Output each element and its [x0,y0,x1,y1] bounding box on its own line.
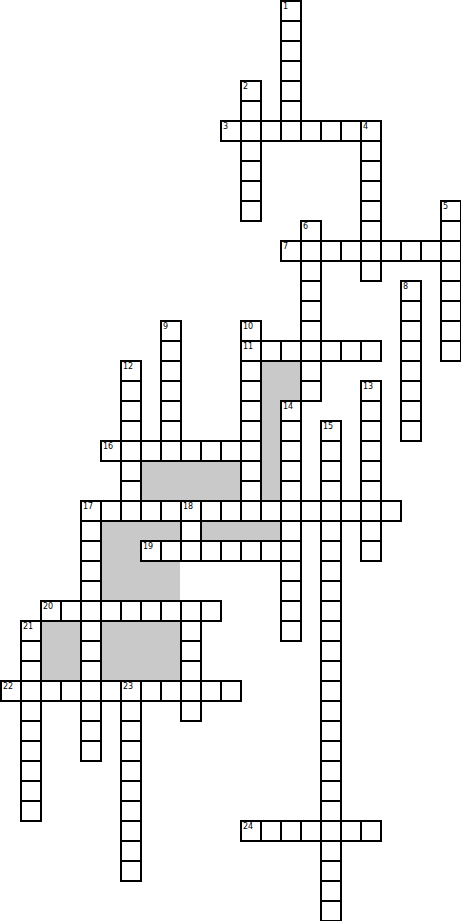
blocked-region-cell [260,400,280,420]
blocked-region-cell [120,580,140,600]
grid-cell[interactable] [180,700,202,722]
grid-cell[interactable] [120,840,142,862]
grid-cell[interactable] [280,400,302,422]
blocked-region-cell [140,640,160,660]
grid-cell[interactable] [280,540,302,562]
grid-cell[interactable] [160,360,182,382]
grid-cell[interactable] [140,680,162,702]
grid-cell[interactable] [280,520,302,542]
grid-cell[interactable] [280,340,302,362]
grid-cell[interactable] [400,300,422,322]
blocked-region-cell [200,520,220,540]
grid-cell[interactable] [20,700,42,722]
blocked-region-cell [160,640,180,660]
blocked-region-cell [140,480,160,500]
blocked-region-cell [120,660,140,680]
grid-cell[interactable] [220,120,242,142]
blocked-region-cell [160,460,180,480]
grid-cell[interactable] [160,400,182,422]
grid-cell[interactable] [360,380,382,402]
grid-cell[interactable] [280,460,302,482]
grid-cell[interactable] [80,620,102,642]
grid-cell[interactable] [320,900,342,921]
grid-cell[interactable] [360,240,382,262]
grid-cell[interactable] [400,380,422,402]
grid-cell[interactable] [320,120,342,142]
grid-cell[interactable] [120,680,142,702]
blocked-region-cell [200,460,220,480]
grid-cell[interactable] [240,500,262,522]
grid-cell[interactable] [320,540,342,562]
grid-cell[interactable] [360,200,382,222]
blocked-region-cell [280,380,300,400]
crossword-grid: 123456789101112131415161718192021222324 [0,0,461,921]
blocked-region-cell [140,660,160,680]
blocked-region-cell [100,660,120,680]
grid-cell[interactable] [80,720,102,742]
grid-cell[interactable] [360,120,382,142]
grid-cell[interactable] [140,600,162,622]
grid-cell[interactable] [300,300,322,322]
grid-cell[interactable] [340,340,362,362]
blocked-region-cell [260,360,280,380]
grid-cell[interactable] [260,500,282,522]
grid-cell[interactable] [240,360,262,382]
grid-cell[interactable] [240,160,262,182]
grid-cell[interactable] [200,500,222,522]
grid-cell[interactable] [80,560,102,582]
grid-cell[interactable] [320,600,342,622]
grid-cell[interactable] [360,540,382,562]
grid-cell[interactable] [160,440,182,462]
grid-cell[interactable] [20,640,42,662]
blocked-region-cell [140,460,160,480]
blocked-region-cell [160,480,180,500]
grid-cell[interactable] [360,500,382,522]
grid-cell[interactable] [220,500,242,522]
grid-cell[interactable] [260,340,282,362]
blocked-region-cell [140,560,160,580]
grid-cell[interactable] [100,500,122,522]
grid-cell[interactable] [140,500,162,522]
blocked-region-cell [160,560,180,580]
grid-cell[interactable] [320,580,342,602]
grid-cell[interactable] [360,180,382,202]
grid-cell[interactable] [240,440,262,462]
grid-cell[interactable] [200,600,222,622]
grid-cell[interactable] [80,600,102,622]
blocked-region-cell [160,520,180,540]
grid-cell[interactable] [180,500,202,522]
grid-cell[interactable] [360,140,382,162]
grid-cell[interactable] [360,160,382,182]
grid-cell[interactable] [380,500,402,522]
grid-cell[interactable] [300,340,322,362]
grid-cell[interactable] [280,560,302,582]
blocked-region-cell [220,480,240,500]
grid-cell[interactable] [240,180,262,202]
grid-cell[interactable] [320,560,342,582]
blocked-region-cell [220,460,240,480]
grid-cell[interactable] [320,840,342,862]
grid-cell[interactable] [220,680,242,702]
grid-cell[interactable] [320,240,342,262]
grid-cell[interactable] [160,340,182,362]
grid-cell[interactable] [40,680,62,702]
blocked-region-cell [280,360,300,380]
grid-cell[interactable] [140,540,162,562]
grid-cell[interactable] [360,820,382,842]
grid-cell[interactable] [320,860,342,882]
grid-cell[interactable] [340,820,362,842]
grid-cell[interactable] [120,480,142,502]
grid-cell[interactable] [120,800,142,822]
grid-cell[interactable] [100,600,122,622]
grid-cell[interactable] [220,440,242,462]
grid-cell[interactable] [0,680,22,702]
grid-cell[interactable] [320,720,342,742]
grid-cell[interactable] [100,440,122,462]
blocked-region-cell [120,640,140,660]
grid-cell[interactable] [320,660,342,682]
grid-cell[interactable] [320,700,342,722]
grid-cell[interactable] [280,600,302,622]
grid-cell[interactable] [280,620,302,642]
grid-cell[interactable] [180,640,202,662]
grid-cell[interactable] [360,480,382,502]
grid-cell[interactable] [160,420,182,442]
grid-cell[interactable] [300,320,322,342]
grid-cell[interactable] [360,440,382,462]
blocked-region-cell [160,580,180,600]
grid-cell[interactable] [360,260,382,282]
grid-cell[interactable] [400,240,422,262]
grid-cell[interactable] [180,620,202,642]
grid-cell[interactable] [300,220,322,242]
grid-cell[interactable] [320,800,342,822]
grid-cell[interactable] [360,520,382,542]
grid-cell[interactable] [140,440,162,462]
blocked-region-cell [200,480,220,500]
blocked-region-cell [100,540,120,560]
grid-cell[interactable] [240,320,262,342]
grid-cell[interactable] [120,460,142,482]
blocked-region-cell [140,620,160,640]
grid-cell[interactable] [400,280,422,302]
grid-cell[interactable] [320,420,342,442]
grid-cell[interactable] [340,120,362,142]
grid-cell[interactable] [280,820,302,842]
grid-cell[interactable] [220,540,242,562]
grid-cell[interactable] [80,520,102,542]
grid-cell[interactable] [260,820,282,842]
grid-cell[interactable] [20,780,42,802]
grid-cell[interactable] [180,520,202,542]
grid-cell[interactable] [240,100,262,122]
blocked-region-cell [100,620,120,640]
blocked-region-cell [60,640,80,660]
grid-cell[interactable] [400,360,422,382]
blocked-region-cell [40,640,60,660]
grid-cell[interactable] [280,80,302,102]
blocked-region-cell [120,540,140,560]
grid-cell[interactable] [180,600,202,622]
blocked-region-cell [140,580,160,600]
grid-cell[interactable] [120,600,142,622]
grid-cell[interactable] [240,400,262,422]
grid-cell[interactable] [120,360,142,382]
grid-cell[interactable] [20,720,42,742]
grid-cell[interactable] [400,320,422,342]
grid-cell[interactable] [200,680,222,702]
grid-cell[interactable] [180,680,202,702]
grid-cell[interactable] [300,500,322,522]
grid-cell[interactable] [280,440,302,462]
grid-cell[interactable] [300,240,322,262]
grid-cell[interactable] [180,440,202,462]
grid-cell[interactable] [320,480,342,502]
grid-cell[interactable] [160,320,182,342]
grid-cell[interactable] [280,0,302,22]
blocked-region-cell [240,520,260,540]
grid-cell[interactable] [240,820,262,842]
grid-cell[interactable] [300,820,322,842]
grid-cell[interactable] [440,260,461,282]
grid-cell[interactable] [320,520,342,542]
grid-cell[interactable] [20,680,42,702]
grid-cell[interactable] [360,220,382,242]
grid-cell[interactable] [120,420,142,442]
grid-cell[interactable] [280,120,302,142]
blocked-region-cell [260,380,280,400]
grid-cell[interactable] [180,660,202,682]
grid-cell[interactable] [240,200,262,222]
grid-cell[interactable] [440,340,461,362]
blocked-region-cell [100,580,120,600]
grid-cell[interactable] [60,680,82,702]
grid-cell[interactable] [360,420,382,442]
grid-cell[interactable] [280,420,302,442]
grid-cell[interactable] [200,440,222,462]
blocked-region-cell [120,520,140,540]
blocked-region-cell [100,640,120,660]
grid-cell[interactable] [320,680,342,702]
grid-cell[interactable] [320,460,342,482]
grid-cell[interactable] [260,120,282,142]
grid-cell[interactable] [360,460,382,482]
grid-cell[interactable] [280,40,302,62]
blocked-region-cell [120,560,140,580]
grid-cell[interactable] [40,600,62,622]
grid-cell[interactable] [80,680,102,702]
grid-cell[interactable] [300,380,322,402]
blocked-region-cell [180,460,200,480]
blocked-region-cell [260,480,280,500]
grid-cell[interactable] [280,480,302,502]
grid-cell[interactable] [360,400,382,422]
grid-cell[interactable] [120,780,142,802]
grid-cell[interactable] [440,200,461,222]
grid-cell[interactable] [240,540,262,562]
grid-cell[interactable] [80,580,102,602]
grid-cell[interactable] [240,380,262,402]
grid-cell[interactable] [340,500,362,522]
grid-cell[interactable] [180,540,202,562]
grid-cell[interactable] [380,240,402,262]
grid-cell[interactable] [240,80,262,102]
grid-cell[interactable] [160,600,182,622]
grid-cell[interactable] [280,240,302,262]
grid-cell[interactable] [120,820,142,842]
grid-cell[interactable] [80,660,102,682]
grid-cell[interactable] [200,540,222,562]
grid-cell[interactable] [20,660,42,682]
blocked-region-cell [160,660,180,680]
grid-cell[interactable] [240,480,262,502]
grid-cell[interactable] [280,60,302,82]
blocked-region-cell [260,520,280,540]
grid-cell[interactable] [320,620,342,642]
grid-cell[interactable] [20,800,42,822]
grid-cell[interactable] [400,420,422,442]
grid-cell[interactable] [280,100,302,122]
grid-cell[interactable] [300,260,322,282]
grid-cell[interactable] [80,500,102,522]
grid-cell[interactable] [120,720,142,742]
grid-cell[interactable] [80,640,102,662]
grid-cell[interactable] [120,440,142,462]
grid-cell[interactable] [160,680,182,702]
grid-cell[interactable] [400,340,422,362]
grid-cell[interactable] [160,540,182,562]
blocked-region-cell [260,420,280,440]
grid-cell[interactable] [320,740,342,762]
grid-cell[interactable] [320,760,342,782]
grid-cell[interactable] [320,500,342,522]
grid-cell[interactable] [120,740,142,762]
grid-cell[interactable] [320,640,342,662]
blocked-region-cell [260,440,280,460]
grid-cell[interactable] [80,740,102,762]
grid-cell[interactable] [160,500,182,522]
blocked-region-cell [180,480,200,500]
grid-cell[interactable] [100,680,122,702]
grid-cell[interactable] [300,120,322,142]
blocked-region-cell [100,520,120,540]
grid-cell[interactable] [120,860,142,882]
grid-cell[interactable] [320,780,342,802]
grid-cell[interactable] [300,280,322,302]
grid-cell[interactable] [120,380,142,402]
grid-cell[interactable] [340,240,362,262]
grid-cell[interactable] [280,500,302,522]
grid-cell[interactable] [320,440,342,462]
blocked-region-cell [140,520,160,540]
grid-cell[interactable] [320,340,342,362]
grid-cell[interactable] [240,460,262,482]
grid-cell[interactable] [280,20,302,42]
grid-cell[interactable] [80,540,102,562]
blocked-region-cell [40,620,60,640]
grid-cell[interactable] [320,880,342,902]
blocked-region-cell [60,620,80,640]
blocked-region-cell [220,520,240,540]
blocked-region-cell [60,660,80,680]
grid-cell[interactable] [240,120,262,142]
grid-cell[interactable] [240,140,262,162]
blocked-region-cell [100,560,120,580]
grid-cell[interactable] [440,240,461,262]
grid-cell[interactable] [280,580,302,602]
grid-cell[interactable] [360,340,382,362]
grid-cell[interactable] [320,820,342,842]
grid-cell[interactable] [80,700,102,722]
grid-cell[interactable] [20,760,42,782]
grid-cell[interactable] [120,500,142,522]
grid-cell[interactable] [160,380,182,402]
grid-cell[interactable] [400,400,422,422]
grid-cell[interactable] [440,280,461,302]
grid-cell[interactable] [60,600,82,622]
grid-cell[interactable] [300,360,322,382]
grid-cell[interactable] [240,420,262,442]
grid-cell[interactable] [240,340,262,362]
grid-cell[interactable] [440,320,461,342]
grid-cell[interactable] [120,700,142,722]
grid-cell[interactable] [120,400,142,422]
grid-cell[interactable] [420,240,442,262]
grid-cell[interactable] [260,540,282,562]
grid-cell[interactable] [440,300,461,322]
grid-cell[interactable] [20,620,42,642]
blocked-region-cell [120,620,140,640]
blocked-region-cell [160,620,180,640]
blocked-region-cell [40,660,60,680]
blocked-region-cell [260,460,280,480]
grid-cell[interactable] [440,220,461,242]
grid-cell[interactable] [120,760,142,782]
grid-cell[interactable] [20,740,42,762]
